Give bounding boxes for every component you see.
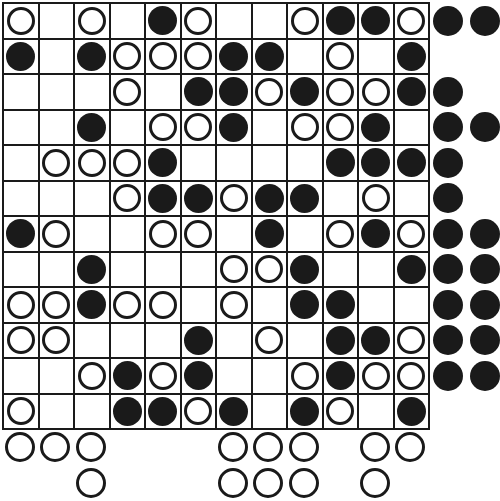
- cell-r10c9[interactable]: [288, 324, 322, 358]
- cell-r9c10[interactable]: [324, 288, 358, 322]
- white-stone: [7, 326, 35, 354]
- black-stone: [361, 148, 390, 177]
- tray-black-stone-row8-1: [433, 254, 463, 284]
- white-stone: [291, 7, 319, 35]
- black-stone: [6, 219, 35, 248]
- cell-r1c5[interactable]: [146, 4, 180, 38]
- cell-r5c4[interactable]: [111, 146, 145, 180]
- cell-r5c1[interactable]: [4, 146, 38, 180]
- white-stone: [326, 113, 354, 141]
- black-stone: [77, 255, 106, 284]
- cell-r8c5[interactable]: [146, 253, 180, 287]
- cell-r4c7[interactable]: [217, 111, 251, 145]
- black-stone: [397, 42, 426, 71]
- white-stone: [362, 78, 390, 106]
- cell-r6c6[interactable]: [182, 182, 216, 216]
- white-stone: [184, 7, 212, 35]
- white-stone: [397, 326, 425, 354]
- white-stone: [7, 7, 35, 35]
- cell-r10c5[interactable]: [146, 324, 180, 358]
- white-stone: [7, 397, 35, 425]
- white-stone: [149, 220, 177, 248]
- puzzle-board: [2, 2, 430, 430]
- tray-white-stone-col2-1: [40, 432, 70, 462]
- black-stone: [361, 326, 390, 355]
- cell-r10c3[interactable]: [75, 324, 109, 358]
- cell-r8c4[interactable]: [111, 253, 145, 287]
- cell-r3c2[interactable]: [40, 75, 74, 109]
- black-stone: [184, 77, 213, 106]
- black-stone: [361, 6, 390, 35]
- cell-r2c1[interactable]: [4, 40, 38, 74]
- cell-r4c8[interactable]: [253, 111, 287, 145]
- tray-black-stone-row4-1: [433, 112, 463, 142]
- cell-r3c4[interactable]: [111, 75, 145, 109]
- white-stone: [291, 113, 319, 141]
- tray-black-stone-row10-1: [433, 325, 463, 355]
- cell-r12c8[interactable]: [253, 395, 287, 429]
- black-stone: [326, 290, 355, 319]
- tray-black-stone-row11-2: [470, 361, 500, 391]
- cell-r7c7[interactable]: [217, 217, 251, 251]
- black-stone: [219, 397, 248, 426]
- cell-r12c11[interactable]: [359, 395, 393, 429]
- cell-r2c5[interactable]: [146, 40, 180, 74]
- cell-r2c9[interactable]: [288, 40, 322, 74]
- white-stone: [220, 255, 248, 283]
- cell-r4c2[interactable]: [40, 111, 74, 145]
- cell-r12c4[interactable]: [111, 395, 145, 429]
- cell-r9c12[interactable]: [395, 288, 429, 322]
- cell-r11c2[interactable]: [40, 359, 74, 393]
- cell-r3c11[interactable]: [359, 75, 393, 109]
- cell-r5c7[interactable]: [217, 146, 251, 180]
- cell-r4c5[interactable]: [146, 111, 180, 145]
- tray-black-stone-row9-1: [433, 290, 463, 320]
- cell-r8c10[interactable]: [324, 253, 358, 287]
- cell-r10c8[interactable]: [253, 324, 287, 358]
- cell-r7c9[interactable]: [288, 217, 322, 251]
- white-stone: [149, 113, 177, 141]
- cell-r2c4[interactable]: [111, 40, 145, 74]
- white-stone: [149, 362, 177, 390]
- cell-r7c2[interactable]: [40, 217, 74, 251]
- white-stone: [42, 220, 70, 248]
- cell-r4c12[interactable]: [395, 111, 429, 145]
- tray-white-stone-col9-2: [289, 468, 319, 498]
- black-stone: [113, 361, 142, 390]
- cell-r4c1[interactable]: [4, 111, 38, 145]
- black-stone: [326, 361, 355, 390]
- white-stone: [113, 78, 141, 106]
- white-stone: [78, 7, 106, 35]
- white-stone: [78, 362, 106, 390]
- cell-r4c9[interactable]: [288, 111, 322, 145]
- black-stone: [77, 42, 106, 71]
- cell-r1c6[interactable]: [182, 4, 216, 38]
- white-stone: [255, 326, 283, 354]
- white-stone: [184, 113, 212, 141]
- white-stone: [326, 397, 354, 425]
- black-stone: [148, 184, 177, 213]
- black-stone: [184, 361, 213, 390]
- cell-r6c3[interactable]: [75, 182, 109, 216]
- cell-r10c10[interactable]: [324, 324, 358, 358]
- white-stone: [220, 291, 248, 319]
- cell-r10c2[interactable]: [40, 324, 74, 358]
- tray-black-stone-row1-2: [470, 6, 500, 36]
- tray-white-stone-col8-1: [253, 432, 283, 462]
- tray-black-stone-row5-1: [433, 148, 463, 178]
- white-stone: [7, 291, 35, 319]
- cell-r11c9[interactable]: [288, 359, 322, 393]
- tray-black-stone-row11-1: [433, 361, 463, 391]
- cell-r8c6[interactable]: [182, 253, 216, 287]
- white-stone: [113, 184, 141, 212]
- cell-r2c8[interactable]: [253, 40, 287, 74]
- cell-r10c4[interactable]: [111, 324, 145, 358]
- black-stone: [219, 113, 248, 142]
- cell-r6c12[interactable]: [395, 182, 429, 216]
- tray-white-stone-col3-2: [76, 468, 106, 498]
- black-stone: [397, 148, 426, 177]
- black-stone: [148, 148, 177, 177]
- cell-r3c10[interactable]: [324, 75, 358, 109]
- cell-r5c10[interactable]: [324, 146, 358, 180]
- white-stone: [149, 291, 177, 319]
- tray-black-stone-row10-2: [470, 325, 500, 355]
- cell-r11c5[interactable]: [146, 359, 180, 393]
- cell-r7c12[interactable]: [395, 217, 429, 251]
- cell-r10c11[interactable]: [359, 324, 393, 358]
- cell-r6c11[interactable]: [359, 182, 393, 216]
- tray-white-stone-col9-1: [289, 432, 319, 462]
- black-stone: [397, 255, 426, 284]
- white-stone: [255, 255, 283, 283]
- black-stone: [290, 397, 319, 426]
- cell-r5c12[interactable]: [395, 146, 429, 180]
- white-stone: [42, 291, 70, 319]
- black-stone: [77, 113, 106, 142]
- black-stone: [290, 290, 319, 319]
- cell-r7c4[interactable]: [111, 217, 145, 251]
- cell-r12c1[interactable]: [4, 395, 38, 429]
- cell-r1c2[interactable]: [40, 4, 74, 38]
- cell-r6c1[interactable]: [4, 182, 38, 216]
- cell-r12c6[interactable]: [182, 395, 216, 429]
- black-stone: [148, 397, 177, 426]
- white-stone: [326, 220, 354, 248]
- black-stone: [290, 184, 319, 213]
- cell-r4c4[interactable]: [111, 111, 145, 145]
- cell-r10c6[interactable]: [182, 324, 216, 358]
- cell-r12c9[interactable]: [288, 395, 322, 429]
- cell-r7c10[interactable]: [324, 217, 358, 251]
- black-stone: [397, 77, 426, 106]
- cell-r8c11[interactable]: [359, 253, 393, 287]
- cell-r1c10[interactable]: [324, 4, 358, 38]
- cell-r2c12[interactable]: [395, 40, 429, 74]
- cell-r4c6[interactable]: [182, 111, 216, 145]
- cell-r11c3[interactable]: [75, 359, 109, 393]
- cell-r5c9[interactable]: [288, 146, 322, 180]
- cell-r8c12[interactable]: [395, 253, 429, 287]
- cell-r11c4[interactable]: [111, 359, 145, 393]
- cell-r8c8[interactable]: [253, 253, 287, 287]
- black-stone: [290, 77, 319, 106]
- cell-r6c4[interactable]: [111, 182, 145, 216]
- black-stone: [255, 219, 284, 248]
- cell-r4c10[interactable]: [324, 111, 358, 145]
- cell-r11c8[interactable]: [253, 359, 287, 393]
- cell-r2c11[interactable]: [359, 40, 393, 74]
- white-stone: [113, 149, 141, 177]
- cell-r3c7[interactable]: [217, 75, 251, 109]
- black-stone: [326, 148, 355, 177]
- cell-r9c2[interactable]: [40, 288, 74, 322]
- white-stone: [255, 78, 283, 106]
- cell-r9c6[interactable]: [182, 288, 216, 322]
- cell-r10c12[interactable]: [395, 324, 429, 358]
- cell-r9c5[interactable]: [146, 288, 180, 322]
- tray-white-stone-col11-1: [360, 432, 390, 462]
- black-stone: [6, 42, 35, 71]
- cell-r11c10[interactable]: [324, 359, 358, 393]
- puzzle-screenshot: [0, 0, 500, 501]
- cell-r4c11[interactable]: [359, 111, 393, 145]
- cell-r6c7[interactable]: [217, 182, 251, 216]
- black-stone: [77, 290, 106, 319]
- black-stone: [255, 42, 284, 71]
- cell-r5c3[interactable]: [75, 146, 109, 180]
- black-stone: [397, 397, 426, 426]
- cell-r7c3[interactable]: [75, 217, 109, 251]
- tray-black-stone-row8-2: [470, 254, 500, 284]
- cell-r8c1[interactable]: [4, 253, 38, 287]
- cell-r3c5[interactable]: [146, 75, 180, 109]
- cell-r6c8[interactable]: [253, 182, 287, 216]
- cell-r9c7[interactable]: [217, 288, 251, 322]
- white-stone: [42, 149, 70, 177]
- cell-r9c11[interactable]: [359, 288, 393, 322]
- white-stone: [397, 7, 425, 35]
- white-stone: [362, 362, 390, 390]
- white-stone: [42, 326, 70, 354]
- cell-r6c5[interactable]: [146, 182, 180, 216]
- tray-white-stone-col3-1: [76, 432, 106, 462]
- black-stone: [361, 113, 390, 142]
- cell-r5c8[interactable]: [253, 146, 287, 180]
- cell-r8c7[interactable]: [217, 253, 251, 287]
- cell-r8c9[interactable]: [288, 253, 322, 287]
- cell-r3c3[interactable]: [75, 75, 109, 109]
- cell-r1c4[interactable]: [111, 4, 145, 38]
- tray-black-stone-row1-1: [433, 6, 463, 36]
- cell-r8c2[interactable]: [40, 253, 74, 287]
- cell-r2c2[interactable]: [40, 40, 74, 74]
- tray-white-stone-col12-1: [395, 432, 425, 462]
- tray-black-stone-row9-2: [470, 290, 500, 320]
- cell-r2c7[interactable]: [217, 40, 251, 74]
- cell-r12c3[interactable]: [75, 395, 109, 429]
- cell-r1c7[interactable]: [217, 4, 251, 38]
- cell-r9c3[interactable]: [75, 288, 109, 322]
- cell-r6c2[interactable]: [40, 182, 74, 216]
- cell-r9c8[interactable]: [253, 288, 287, 322]
- white-stone: [113, 42, 141, 70]
- white-stone: [184, 220, 212, 248]
- white-stone: [362, 184, 390, 212]
- black-stone: [361, 219, 390, 248]
- white-stone: [397, 220, 425, 248]
- cell-r11c11[interactable]: [359, 359, 393, 393]
- cell-r11c7[interactable]: [217, 359, 251, 393]
- cell-r11c1[interactable]: [4, 359, 38, 393]
- tray-white-stone-col1-1: [5, 432, 35, 462]
- cell-r3c9[interactable]: [288, 75, 322, 109]
- cell-r12c7[interactable]: [217, 395, 251, 429]
- cell-r3c6[interactable]: [182, 75, 216, 109]
- cell-r1c9[interactable]: [288, 4, 322, 38]
- cell-r1c3[interactable]: [75, 4, 109, 38]
- cell-r5c5[interactable]: [146, 146, 180, 180]
- white-stone: [149, 42, 177, 70]
- black-stone: [148, 6, 177, 35]
- cell-r7c5[interactable]: [146, 217, 180, 251]
- white-stone: [78, 149, 106, 177]
- cell-r8c3[interactable]: [75, 253, 109, 287]
- tray-black-stone-row7-2: [470, 219, 500, 249]
- white-stone: [397, 362, 425, 390]
- cell-r2c6[interactable]: [182, 40, 216, 74]
- cell-r4c3[interactable]: [75, 111, 109, 145]
- tray-white-stone-col11-2: [360, 468, 390, 498]
- black-stone: [184, 184, 213, 213]
- tray-black-stone-row6-1: [433, 183, 463, 213]
- cell-r1c1[interactable]: [4, 4, 38, 38]
- cell-r9c9[interactable]: [288, 288, 322, 322]
- cell-r5c2[interactable]: [40, 146, 74, 180]
- white-stone: [184, 42, 212, 70]
- tray-black-stone-row7-1: [433, 219, 463, 249]
- cell-r3c1[interactable]: [4, 75, 38, 109]
- tray-white-stone-col7-1: [218, 432, 248, 462]
- cell-r7c8[interactable]: [253, 217, 287, 251]
- cell-r2c3[interactable]: [75, 40, 109, 74]
- cell-r9c4[interactable]: [111, 288, 145, 322]
- white-stone: [220, 184, 248, 212]
- cell-r10c7[interactable]: [217, 324, 251, 358]
- black-stone: [326, 326, 355, 355]
- cell-r7c1[interactable]: [4, 217, 38, 251]
- white-stone: [113, 291, 141, 319]
- cell-r6c9[interactable]: [288, 182, 322, 216]
- cell-r5c11[interactable]: [359, 146, 393, 180]
- black-stone: [326, 6, 355, 35]
- cell-r2c10[interactable]: [324, 40, 358, 74]
- black-stone: [290, 255, 319, 284]
- white-stone: [184, 397, 212, 425]
- cell-r1c11[interactable]: [359, 4, 393, 38]
- cell-r7c11[interactable]: [359, 217, 393, 251]
- tray-black-stone-row3-1: [433, 77, 463, 107]
- black-stone: [219, 42, 248, 71]
- black-stone: [255, 184, 284, 213]
- cell-r10c1[interactable]: [4, 324, 38, 358]
- black-stone: [184, 326, 213, 355]
- white-stone: [326, 78, 354, 106]
- cell-r3c12[interactable]: [395, 75, 429, 109]
- white-stone: [291, 362, 319, 390]
- cell-r12c2[interactable]: [40, 395, 74, 429]
- cell-r12c10[interactable]: [324, 395, 358, 429]
- cell-r9c1[interactable]: [4, 288, 38, 322]
- black-stone: [219, 77, 248, 106]
- cell-r5c6[interactable]: [182, 146, 216, 180]
- cell-r12c5[interactable]: [146, 395, 180, 429]
- tray-black-stone-row4-2: [470, 112, 500, 142]
- cell-r7c6[interactable]: [182, 217, 216, 251]
- tray-white-stone-col7-2: [218, 468, 248, 498]
- cell-r1c8[interactable]: [253, 4, 287, 38]
- cell-r11c6[interactable]: [182, 359, 216, 393]
- black-stone: [113, 397, 142, 426]
- tray-white-stone-col8-2: [253, 468, 283, 498]
- cell-r1c12[interactable]: [395, 4, 429, 38]
- cell-r12c12[interactable]: [395, 395, 429, 429]
- cell-r6c10[interactable]: [324, 182, 358, 216]
- white-stone: [326, 42, 354, 70]
- cell-r3c8[interactable]: [253, 75, 287, 109]
- cell-r11c12[interactable]: [395, 359, 429, 393]
